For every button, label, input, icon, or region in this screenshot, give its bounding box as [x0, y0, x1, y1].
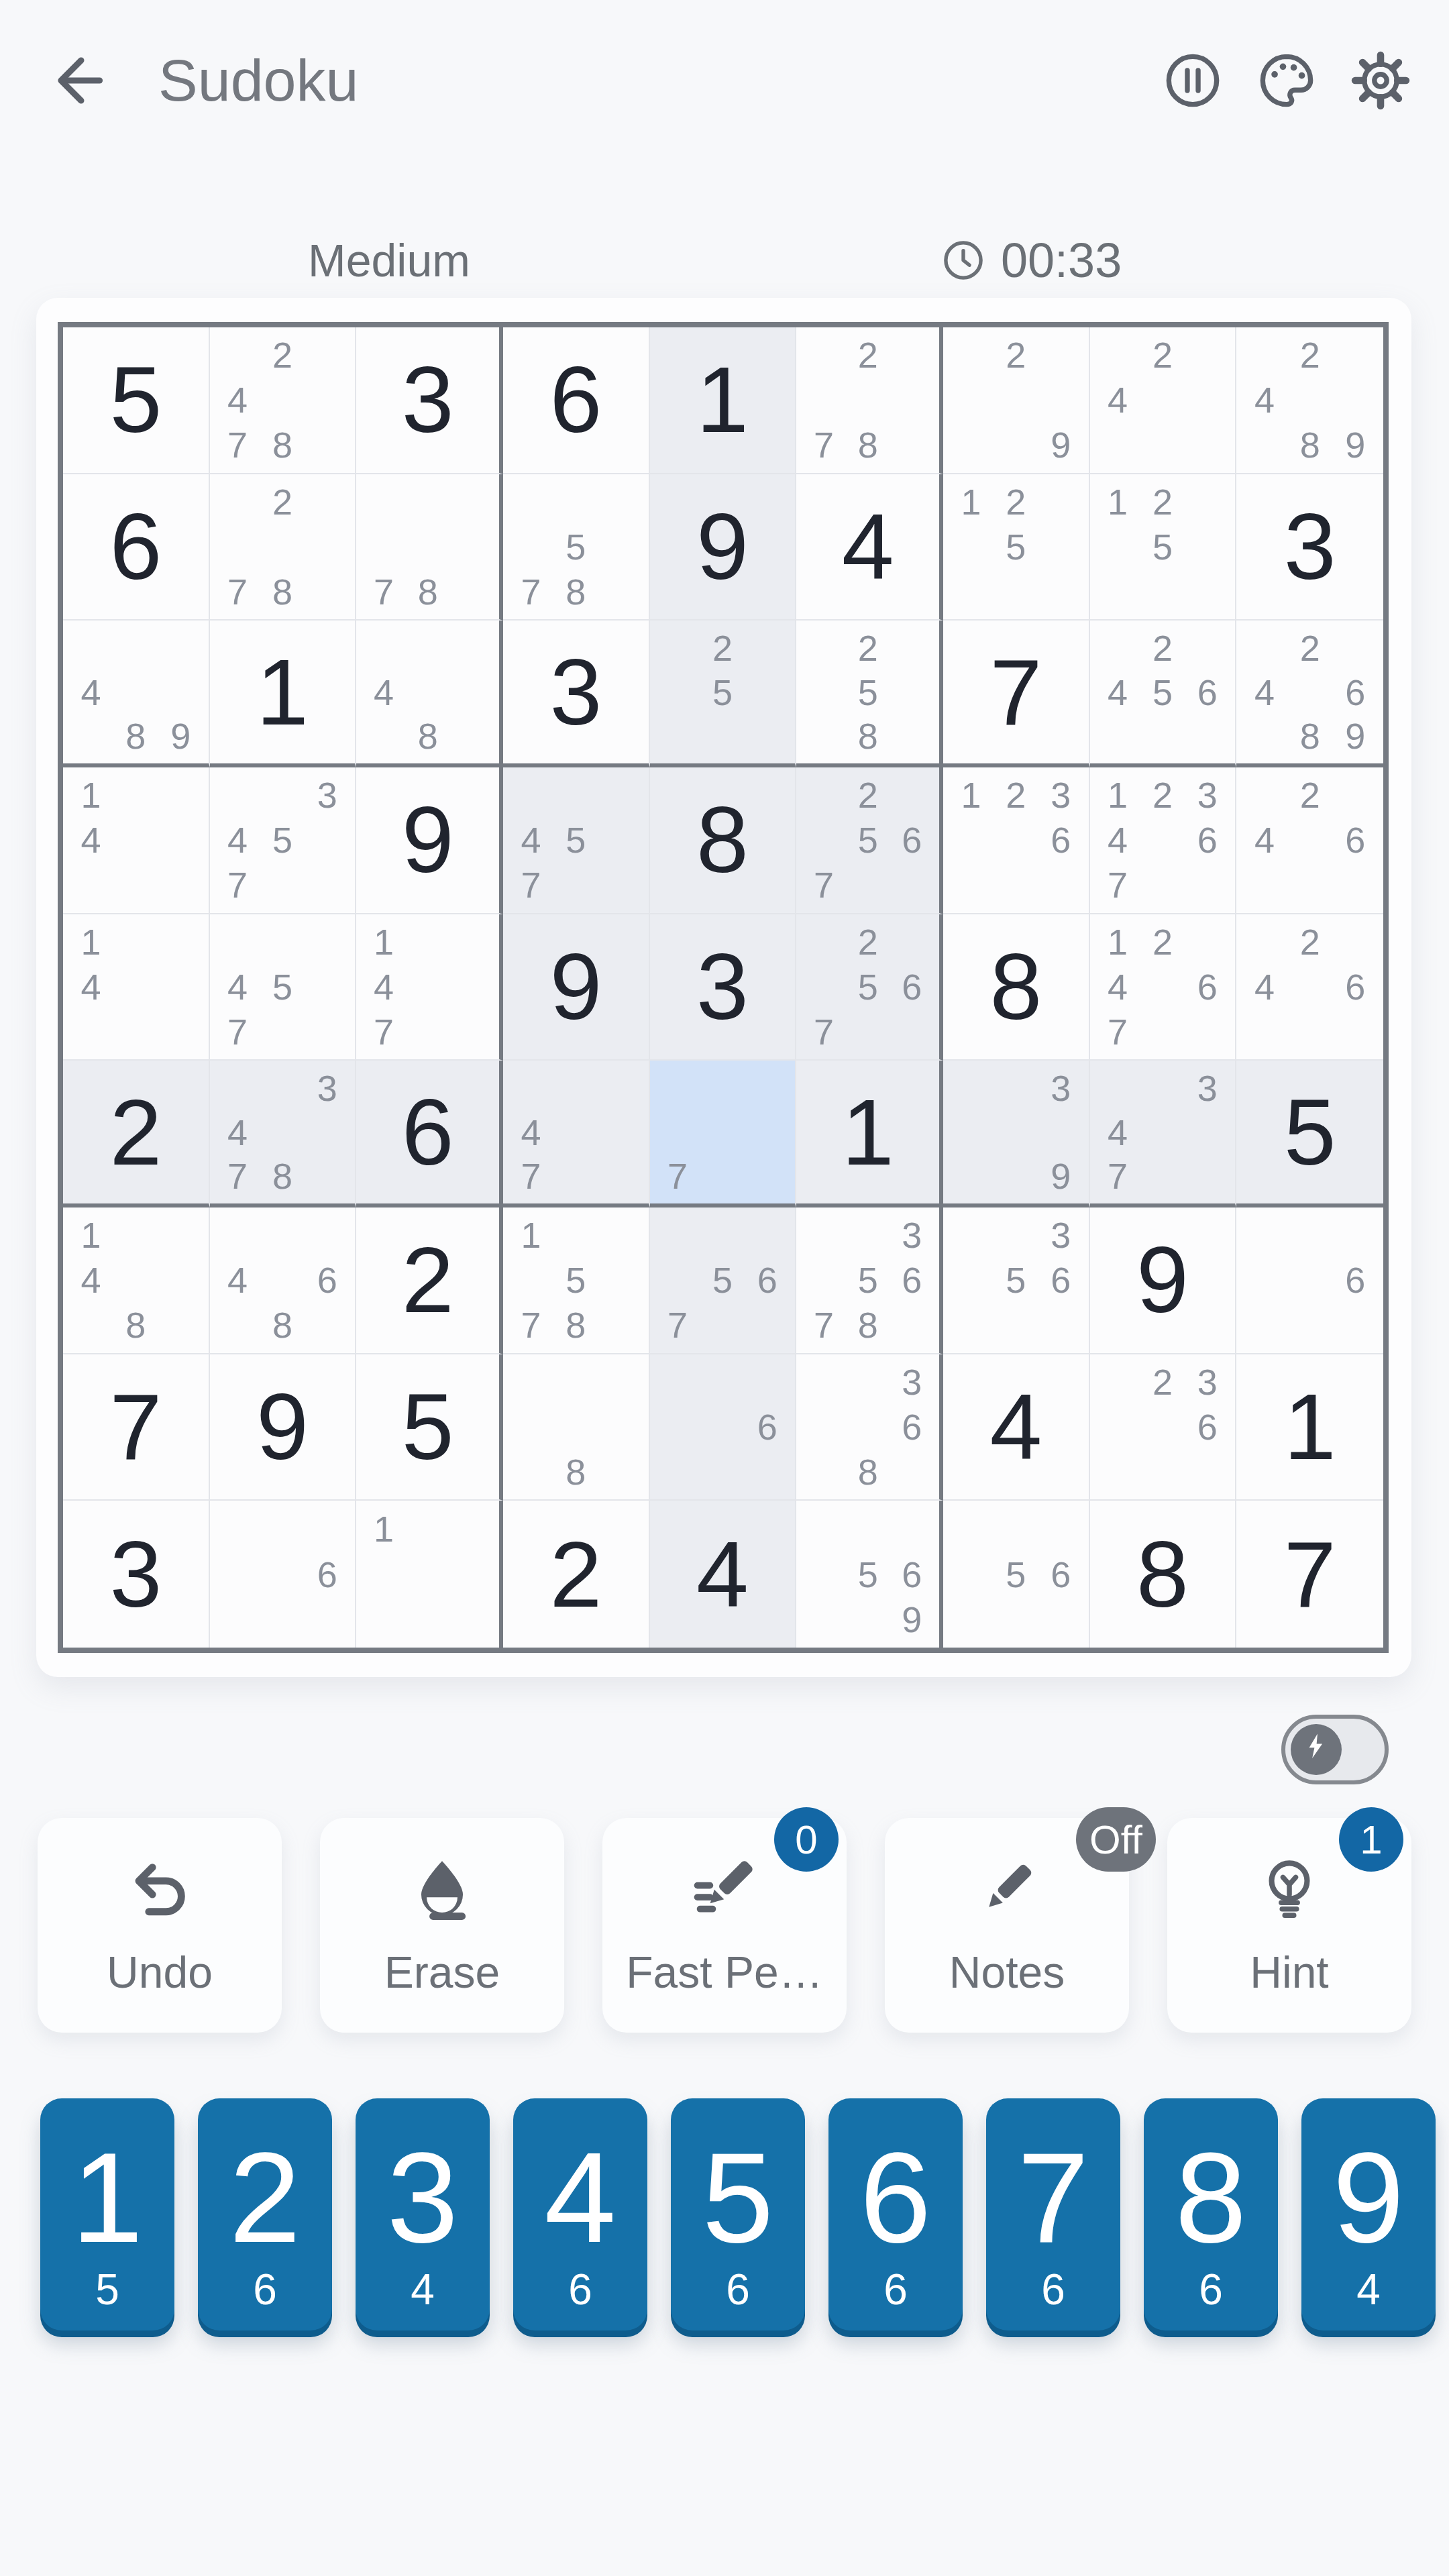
note-4: 4 — [362, 965, 406, 1010]
note-2: 2 — [1287, 920, 1333, 965]
note-6: 6 — [1185, 670, 1230, 714]
cell-r9c6[interactable]: 569 — [796, 1501, 943, 1648]
cell-value: 6 — [63, 474, 209, 620]
number-pad: 152634465666768694 — [40, 2098, 1436, 2330]
cell-value: 3 — [63, 1501, 209, 1648]
numpad-digit: 5 — [702, 2133, 774, 2262]
cell-r5c3[interactable]: 147 — [356, 914, 503, 1061]
note-2: 2 — [846, 333, 890, 378]
note-1: 1 — [362, 920, 406, 965]
cell-notes: 48 — [356, 621, 499, 763]
cell-value: 9 — [650, 474, 796, 620]
note-5: 5 — [260, 818, 305, 863]
cell-r6c8[interactable]: 347 — [1090, 1061, 1237, 1207]
note-5: 5 — [994, 525, 1038, 570]
cell-notes: 14 — [63, 767, 209, 913]
cell-notes: 368 — [796, 1354, 939, 1500]
note-7: 7 — [362, 1009, 406, 1054]
cell-value: 2 — [356, 1207, 499, 1353]
note-4: 4 — [215, 1258, 260, 1303]
cell-value: 8 — [943, 914, 1089, 1060]
back-icon — [46, 92, 107, 116]
note-7: 7 — [802, 1303, 846, 1348]
notes-button-badge: Off — [1076, 1807, 1156, 1872]
cell-r1c9[interactable]: 2489 — [1236, 327, 1383, 474]
note-5: 5 — [700, 670, 745, 714]
cell-r2c5[interactable]: 9 — [650, 474, 797, 621]
numpad-8-button[interactable]: 86 — [1144, 2098, 1278, 2330]
cell-r6c6[interactable]: 1 — [796, 1061, 943, 1207]
hint-button-label: Hint — [1250, 1947, 1328, 1998]
pause-button[interactable] — [1162, 50, 1224, 111]
note-4: 4 — [215, 1110, 260, 1155]
cell-r1c6[interactable]: 278 — [796, 327, 943, 474]
note-7: 7 — [802, 1009, 846, 1054]
note-7: 7 — [215, 863, 260, 908]
cell-r3c9[interactable]: 24689 — [1236, 621, 1383, 767]
cell-value: 1 — [650, 327, 796, 473]
cell-r2c1[interactable]: 6 — [63, 474, 210, 621]
note-7: 7 — [655, 1154, 700, 1198]
note-1: 1 — [949, 773, 994, 818]
numpad-3-button[interactable]: 34 — [356, 2098, 490, 2330]
note-7: 7 — [802, 863, 846, 908]
note-3: 3 — [305, 773, 350, 818]
cell-r1c2[interactable]: 2478 — [210, 327, 357, 474]
cell-r2c2[interactable]: 278 — [210, 474, 357, 621]
numpad-digit: 6 — [860, 2133, 932, 2262]
cell-value: 2 — [503, 1501, 649, 1648]
cell-r7c1[interactable]: 148 — [63, 1207, 210, 1354]
note-7: 7 — [1095, 1154, 1140, 1198]
note-9: 9 — [1038, 423, 1083, 468]
note-8: 8 — [113, 1303, 158, 1348]
cell-notes: 24 — [1090, 327, 1236, 473]
note-4: 4 — [68, 1258, 113, 1303]
note-7: 7 — [655, 1303, 700, 1348]
cell-r9c4[interactable]: 2 — [503, 1501, 650, 1648]
cell-r7c7[interactable]: 356 — [943, 1207, 1090, 1354]
cell-r6c5[interactable]: 7 — [650, 1061, 797, 1207]
cell-r9c3[interactable]: 1 — [356, 1501, 503, 1648]
note-6: 6 — [1332, 1258, 1378, 1303]
cell-r4c5[interactable]: 8 — [650, 767, 797, 914]
cell-r3c6[interactable]: 258 — [796, 621, 943, 767]
erase-button[interactable]: Erase — [320, 1818, 564, 2033]
note-5: 5 — [260, 965, 305, 1010]
note-5: 5 — [846, 670, 890, 714]
note-5: 5 — [846, 818, 890, 863]
note-2: 2 — [260, 480, 305, 525]
cell-r6c9[interactable]: 5 — [1236, 1061, 1383, 1207]
cell-value: 5 — [356, 1354, 499, 1500]
note-7: 7 — [215, 1009, 260, 1054]
hint-button-badge: 1 — [1339, 1807, 1403, 1872]
page-title: Sudoku — [158, 46, 358, 115]
note-5: 5 — [553, 818, 598, 863]
note-9: 9 — [1332, 423, 1378, 468]
numpad-remaining-count: 6 — [568, 2265, 592, 2314]
numpad-2-button[interactable]: 26 — [198, 2098, 332, 2330]
cell-notes: 14 — [63, 914, 209, 1060]
cell-notes: 1578 — [503, 1207, 649, 1353]
note-7: 7 — [1095, 1009, 1140, 1054]
numpad-9-button[interactable]: 94 — [1301, 2098, 1436, 2330]
note-2: 2 — [1140, 333, 1185, 378]
note-3: 3 — [1185, 1360, 1230, 1405]
cell-r1c7[interactable]: 29 — [943, 327, 1090, 474]
numpad-digit: 4 — [545, 2133, 616, 2262]
cell-notes: 246 — [1236, 914, 1383, 1060]
note-1: 1 — [68, 1213, 113, 1258]
note-3: 3 — [1038, 1213, 1083, 1258]
cell-notes: 39 — [943, 1061, 1089, 1203]
note-8: 8 — [846, 714, 890, 758]
note-8: 8 — [1287, 714, 1333, 758]
note-3: 3 — [890, 1360, 934, 1405]
cell-value: 6 — [503, 327, 649, 473]
cell-notes: 2456 — [1090, 621, 1236, 763]
cell-r2c7[interactable]: 125 — [943, 474, 1090, 621]
fast-mode-toggle[interactable] — [1281, 1715, 1389, 1784]
numpad-digit: 2 — [229, 2133, 301, 2262]
note-4: 4 — [362, 670, 406, 714]
cell-value: 8 — [1090, 1501, 1236, 1648]
note-5: 5 — [553, 1258, 598, 1303]
cell-r3c5[interactable]: 25 — [650, 621, 797, 767]
note-7: 7 — [215, 1154, 260, 1198]
cell-value: 7 — [1236, 1501, 1383, 1648]
cell-notes: 246 — [1236, 767, 1383, 913]
cell-r2c9[interactable]: 3 — [1236, 474, 1383, 621]
note-8: 8 — [260, 569, 305, 614]
note-1: 1 — [68, 773, 113, 818]
settings-button[interactable] — [1350, 50, 1411, 111]
cell-r8c9[interactable]: 1 — [1236, 1354, 1383, 1501]
cell-notes: 236 — [1090, 1354, 1236, 1500]
clock-icon — [939, 236, 987, 284]
cell-r3c7[interactable]: 7 — [943, 621, 1090, 767]
note-5: 5 — [1140, 525, 1185, 570]
cell-r3c1[interactable]: 489 — [63, 621, 210, 767]
cell-r8c2[interactable]: 9 — [210, 1354, 357, 1501]
note-7: 7 — [215, 569, 260, 614]
note-7: 7 — [508, 1154, 553, 1198]
erase-button-label: Erase — [384, 1947, 500, 1998]
note-6: 6 — [1038, 1552, 1083, 1597]
note-1: 1 — [949, 480, 994, 525]
cell-r4c2[interactable]: 3457 — [210, 767, 357, 914]
note-7: 7 — [508, 863, 553, 908]
cell-r3c4[interactable]: 3 — [503, 621, 650, 767]
note-4: 4 — [215, 818, 260, 863]
note-6: 6 — [1185, 965, 1230, 1010]
note-6: 6 — [890, 965, 934, 1010]
note-8: 8 — [1287, 423, 1333, 468]
cell-value: 1 — [1236, 1354, 1383, 1500]
note-8: 8 — [553, 1303, 598, 1348]
note-7: 7 — [215, 423, 260, 468]
note-3: 3 — [1185, 773, 1230, 818]
cell-notes: 3457 — [210, 767, 356, 913]
cell-value: 1 — [796, 1061, 939, 1203]
cell-notes: 6 — [210, 1501, 356, 1648]
numpad-remaining-count: 6 — [726, 2265, 750, 2314]
cell-r4c4[interactable]: 457 — [503, 767, 650, 914]
note-1: 1 — [1095, 773, 1140, 818]
note-9: 9 — [890, 1597, 934, 1642]
cell-r8c7[interactable]: 4 — [943, 1354, 1090, 1501]
cell-r2c8[interactable]: 125 — [1090, 474, 1237, 621]
cell-r6c2[interactable]: 3478 — [210, 1061, 357, 1207]
cell-value: 3 — [356, 327, 499, 473]
note-3: 3 — [1185, 1066, 1230, 1110]
cell-r2c6[interactable]: 4 — [796, 474, 943, 621]
note-6: 6 — [745, 1405, 790, 1450]
fast-pen-button-badge: 0 — [774, 1807, 839, 1872]
cell-r7c4[interactable]: 1578 — [503, 1207, 650, 1354]
note-5: 5 — [846, 1258, 890, 1303]
cell-value: 7 — [943, 621, 1089, 763]
cell-r6c7[interactable]: 39 — [943, 1061, 1090, 1207]
cell-notes: 8 — [503, 1354, 649, 1500]
cell-value: 9 — [210, 1354, 356, 1500]
note-3: 3 — [305, 1066, 350, 1110]
note-4: 4 — [215, 965, 260, 1010]
note-8: 8 — [260, 1303, 305, 1348]
toggle-knob — [1291, 1724, 1342, 1775]
cell-notes: 125 — [1090, 474, 1236, 620]
cell-r2c3[interactable]: 78 — [356, 474, 503, 621]
numpad-remaining-count: 5 — [95, 2265, 119, 2314]
numpad-7-button[interactable]: 76 — [986, 2098, 1120, 2330]
numpad-digit: 9 — [1333, 2133, 1405, 2262]
note-2: 2 — [846, 626, 890, 670]
note-8: 8 — [406, 569, 450, 614]
note-2: 2 — [1287, 626, 1333, 670]
note-6: 6 — [890, 1405, 934, 1450]
cell-notes: 2489 — [1236, 327, 1383, 473]
numpad-digit: 8 — [1175, 2133, 1247, 2262]
cell-notes: 468 — [210, 1207, 356, 1353]
cell-r9c2[interactable]: 6 — [210, 1501, 357, 1648]
note-8: 8 — [113, 714, 158, 758]
cell-r9c8[interactable]: 8 — [1090, 1501, 1237, 1648]
cell-r3c3[interactable]: 48 — [356, 621, 503, 767]
note-4: 4 — [508, 1110, 553, 1155]
note-6: 6 — [890, 1258, 934, 1303]
numpad-remaining-count: 6 — [883, 2265, 908, 2314]
back-button[interactable] — [46, 50, 107, 111]
note-8: 8 — [846, 1303, 890, 1348]
note-2: 2 — [1287, 333, 1333, 378]
note-6: 6 — [890, 1552, 934, 1597]
cell-notes: 12467 — [1090, 914, 1236, 1060]
notes-button-label: Notes — [949, 1947, 1065, 1998]
cell-r5c9[interactable]: 246 — [1236, 914, 1383, 1061]
cell-notes: 569 — [796, 1501, 939, 1648]
cell-r4c3[interactable]: 9 — [356, 767, 503, 914]
note-4: 4 — [1242, 818, 1287, 863]
cell-r5c8[interactable]: 12467 — [1090, 914, 1237, 1061]
cell-r4c1[interactable]: 14 — [63, 767, 210, 914]
cell-notes: 47 — [503, 1061, 649, 1203]
cell-notes: 125 — [943, 474, 1089, 620]
cell-r8c3[interactable]: 5 — [356, 1354, 503, 1501]
note-1: 1 — [508, 1213, 553, 1258]
cell-value: 3 — [503, 621, 649, 763]
cell-r7c9[interactable]: 6 — [1236, 1207, 1383, 1354]
note-2: 2 — [994, 480, 1038, 525]
cell-r1c5[interactable]: 1 — [650, 327, 797, 474]
cell-value: 5 — [1236, 1061, 1383, 1203]
notes-button[interactable]: NotesOff — [885, 1818, 1129, 2033]
settings-gear-icon — [1350, 92, 1411, 116]
cell-notes: 7 — [650, 1061, 796, 1203]
note-2: 2 — [1140, 773, 1185, 818]
top-icons — [1162, 50, 1411, 111]
cell-r8c6[interactable]: 368 — [796, 1354, 943, 1501]
cell-r9c9[interactable]: 7 — [1236, 1501, 1383, 1648]
cell-notes: 356 — [943, 1207, 1089, 1353]
cell-value: 9 — [503, 914, 649, 1060]
cell-value: 8 — [650, 767, 796, 913]
cell-notes: 1236 — [943, 767, 1089, 913]
note-4: 4 — [1095, 378, 1140, 423]
note-6: 6 — [305, 1552, 350, 1597]
cell-r5c7[interactable]: 8 — [943, 914, 1090, 1061]
sudoku-grid: 5247836127829242489627878578941251253489… — [58, 322, 1389, 1653]
numpad-1-button[interactable]: 15 — [40, 2098, 174, 2330]
cell-r4c6[interactable]: 2567 — [796, 767, 943, 914]
cell-notes: 278 — [796, 327, 939, 473]
note-7: 7 — [802, 423, 846, 468]
undo-icon — [123, 1853, 196, 1931]
note-1: 1 — [1095, 920, 1140, 965]
cell-r6c3[interactable]: 6 — [356, 1061, 503, 1207]
note-3: 3 — [890, 1213, 934, 1258]
numpad-remaining-count: 6 — [1041, 2265, 1065, 2314]
note-4: 4 — [215, 378, 260, 423]
numpad-4-button[interactable]: 46 — [513, 2098, 647, 2330]
numpad-remaining-count: 6 — [1199, 2265, 1223, 2314]
cell-notes: 258 — [796, 621, 939, 763]
cell-r4c9[interactable]: 246 — [1236, 767, 1383, 914]
cell-r2c4[interactable]: 578 — [503, 474, 650, 621]
note-9: 9 — [1332, 714, 1378, 758]
cell-r5c1[interactable]: 14 — [63, 914, 210, 1061]
cell-r5c4[interactable]: 9 — [503, 914, 650, 1061]
cell-r5c5[interactable]: 3 — [650, 914, 797, 1061]
cell-r7c2[interactable]: 468 — [210, 1207, 357, 1354]
note-6: 6 — [890, 818, 934, 863]
cell-r9c5[interactable]: 4 — [650, 1501, 797, 1648]
eraser-icon — [406, 1853, 478, 1931]
hint-button[interactable]: Hint1 — [1167, 1818, 1411, 2033]
cell-value: 5 — [63, 327, 209, 473]
note-6: 6 — [745, 1258, 790, 1303]
cell-notes: 6 — [650, 1354, 796, 1500]
numpad-6-button[interactable]: 66 — [828, 2098, 963, 2330]
cell-notes: 123467 — [1090, 767, 1236, 913]
cell-r7c5[interactable]: 567 — [650, 1207, 797, 1354]
numpad-5-button[interactable]: 56 — [671, 2098, 805, 2330]
sudoku-app: Sudoku Medium 00:33 52478361278292424896… — [0, 0, 1449, 2576]
note-8: 8 — [260, 423, 305, 468]
difficulty-label: Medium — [0, 231, 778, 290]
pause-icon — [1162, 92, 1224, 116]
cell-r8c5[interactable]: 6 — [650, 1354, 797, 1501]
numpad-remaining-count: 4 — [1356, 2265, 1381, 2314]
cell-r1c1[interactable]: 5 — [63, 327, 210, 474]
cell-r7c3[interactable]: 2 — [356, 1207, 503, 1354]
cell-r4c8[interactable]: 123467 — [1090, 767, 1237, 914]
note-4: 4 — [1095, 965, 1140, 1010]
cell-r9c1[interactable]: 3 — [63, 1501, 210, 1648]
note-9: 9 — [1038, 1154, 1083, 1198]
cell-r6c1[interactable]: 2 — [63, 1061, 210, 1207]
note-7: 7 — [362, 569, 406, 614]
note-6: 6 — [305, 1258, 350, 1303]
cell-notes: 457 — [503, 767, 649, 913]
note-1: 1 — [362, 1506, 406, 1552]
note-3: 3 — [1038, 773, 1083, 818]
cell-r5c2[interactable]: 457 — [210, 914, 357, 1061]
cell-r4c7[interactable]: 1236 — [943, 767, 1090, 914]
cell-r3c2[interactable]: 1 — [210, 621, 357, 767]
note-5: 5 — [553, 525, 598, 570]
cell-r6c4[interactable]: 47 — [503, 1061, 650, 1207]
cell-notes: 25 — [650, 621, 796, 763]
cell-notes: 6 — [1236, 1207, 1383, 1353]
cell-value: 4 — [650, 1501, 796, 1648]
note-7: 7 — [1095, 863, 1140, 908]
cell-notes: 3478 — [210, 1061, 356, 1203]
cell-r8c1[interactable]: 7 — [63, 1354, 210, 1501]
cell-r8c4[interactable]: 8 — [503, 1354, 650, 1501]
cell-r3c8[interactable]: 2456 — [1090, 621, 1237, 767]
note-2: 2 — [994, 333, 1038, 378]
cell-r1c8[interactable]: 24 — [1090, 327, 1237, 474]
bulb-icon — [1253, 1853, 1326, 1931]
note-6: 6 — [1038, 1258, 1083, 1303]
fast-pen-button[interactable]: Fast Pe…0 — [602, 1818, 847, 2033]
note-5: 5 — [994, 1552, 1038, 1597]
note-7: 7 — [508, 569, 553, 614]
cell-r1c4[interactable]: 6 — [503, 327, 650, 474]
cell-notes: 278 — [210, 474, 356, 620]
cell-r5c6[interactable]: 2567 — [796, 914, 943, 1061]
board-card: 5247836127829242489627878578941251253489… — [36, 298, 1411, 1677]
note-4: 4 — [508, 818, 553, 863]
note-4: 4 — [1242, 965, 1287, 1010]
theme-button[interactable] — [1256, 50, 1318, 111]
note-2: 2 — [700, 626, 745, 670]
note-1: 1 — [68, 920, 113, 965]
undo-button[interactable]: Undo — [38, 1818, 282, 2033]
cell-r7c8[interactable]: 9 — [1090, 1207, 1237, 1354]
cell-r9c7[interactable]: 56 — [943, 1501, 1090, 1648]
cell-r1c3[interactable]: 3 — [356, 327, 503, 474]
cell-notes: 1 — [356, 1501, 499, 1648]
timer-value: 00:33 — [1001, 233, 1122, 288]
cell-r7c6[interactable]: 35678 — [796, 1207, 943, 1354]
note-4: 4 — [68, 670, 113, 714]
cell-r8c8[interactable]: 236 — [1090, 1354, 1237, 1501]
note-8: 8 — [553, 1449, 598, 1494]
note-6: 6 — [1038, 818, 1083, 863]
cell-notes: 457 — [210, 914, 356, 1060]
